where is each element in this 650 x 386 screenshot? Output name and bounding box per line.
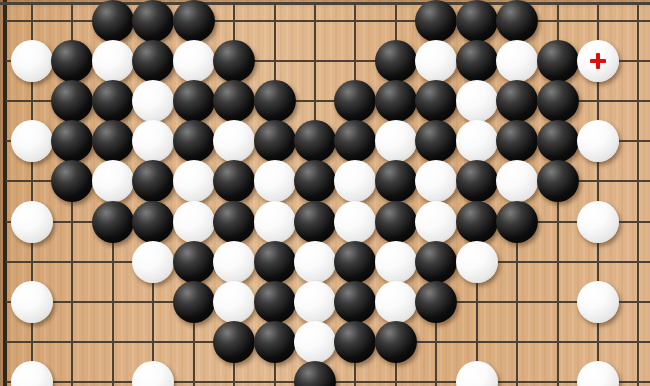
black-stone bbox=[375, 321, 417, 363]
white-stone bbox=[11, 201, 53, 243]
white-stone bbox=[11, 281, 53, 323]
black-stone bbox=[334, 241, 376, 283]
black-stone bbox=[213, 160, 255, 202]
white-stone bbox=[173, 160, 215, 202]
white-stone bbox=[415, 160, 457, 202]
black-stone bbox=[415, 281, 457, 323]
white-stone bbox=[11, 40, 53, 82]
black-stone bbox=[496, 120, 538, 162]
black-stone bbox=[375, 80, 417, 122]
black-stone bbox=[51, 160, 93, 202]
black-stone bbox=[173, 0, 215, 42]
black-stone bbox=[92, 120, 134, 162]
white-stone bbox=[11, 361, 53, 386]
white-stone bbox=[92, 160, 134, 202]
white-stone bbox=[375, 281, 417, 323]
black-stone bbox=[51, 120, 93, 162]
white-stone bbox=[11, 120, 53, 162]
black-stone bbox=[254, 80, 296, 122]
white-stone bbox=[294, 241, 336, 283]
black-stone bbox=[334, 281, 376, 323]
black-stone bbox=[537, 160, 579, 202]
black-stone bbox=[132, 0, 174, 42]
white-stone bbox=[173, 40, 215, 82]
black-stone bbox=[456, 201, 498, 243]
white-stone bbox=[334, 201, 376, 243]
white-stone bbox=[294, 281, 336, 323]
black-stone bbox=[334, 321, 376, 363]
white-stone bbox=[132, 361, 174, 386]
black-stone bbox=[173, 120, 215, 162]
white-stone bbox=[254, 201, 296, 243]
white-stone bbox=[132, 80, 174, 122]
black-stone bbox=[51, 40, 93, 82]
black-stone bbox=[92, 0, 134, 42]
black-stone bbox=[415, 120, 457, 162]
black-stone bbox=[496, 0, 538, 42]
black-stone bbox=[51, 80, 93, 122]
go-board[interactable] bbox=[0, 0, 650, 386]
black-stone bbox=[415, 241, 457, 283]
black-stone bbox=[375, 40, 417, 82]
black-stone bbox=[334, 120, 376, 162]
black-stone bbox=[537, 120, 579, 162]
black-stone bbox=[334, 80, 376, 122]
black-stone bbox=[173, 281, 215, 323]
black-stone bbox=[294, 361, 336, 386]
white-stone bbox=[456, 241, 498, 283]
white-stone bbox=[173, 201, 215, 243]
black-stone bbox=[213, 40, 255, 82]
black-stone bbox=[456, 0, 498, 42]
board-edge-left bbox=[3, 0, 7, 386]
black-stone bbox=[173, 80, 215, 122]
black-stone bbox=[456, 40, 498, 82]
black-stone bbox=[254, 281, 296, 323]
white-stone bbox=[456, 361, 498, 386]
white-stone bbox=[496, 160, 538, 202]
white-stone bbox=[415, 201, 457, 243]
white-stone bbox=[375, 120, 417, 162]
white-stone bbox=[213, 120, 255, 162]
black-stone bbox=[92, 201, 134, 243]
black-stone bbox=[132, 201, 174, 243]
white-stone bbox=[577, 201, 619, 243]
white-stone bbox=[415, 40, 457, 82]
white-stone bbox=[132, 120, 174, 162]
white-stone bbox=[577, 361, 619, 386]
black-stone bbox=[537, 80, 579, 122]
black-stone bbox=[132, 40, 174, 82]
white-stone bbox=[334, 160, 376, 202]
white-stone bbox=[254, 160, 296, 202]
black-stone bbox=[254, 321, 296, 363]
black-stone bbox=[294, 120, 336, 162]
black-stone bbox=[213, 321, 255, 363]
black-stone bbox=[456, 160, 498, 202]
last-move-marker bbox=[589, 52, 607, 70]
white-stone bbox=[456, 80, 498, 122]
black-stone bbox=[496, 201, 538, 243]
black-stone bbox=[375, 201, 417, 243]
white-stone bbox=[213, 241, 255, 283]
black-stone bbox=[496, 80, 538, 122]
black-stone bbox=[213, 80, 255, 122]
black-stone bbox=[254, 120, 296, 162]
black-stone bbox=[415, 80, 457, 122]
black-stone bbox=[254, 241, 296, 283]
black-stone bbox=[415, 0, 457, 42]
board-edge-top bbox=[0, 2, 650, 5]
white-stone bbox=[496, 40, 538, 82]
white-stone bbox=[577, 40, 619, 82]
black-stone bbox=[294, 201, 336, 243]
white-stone bbox=[132, 241, 174, 283]
white-stone bbox=[213, 281, 255, 323]
black-stone bbox=[132, 160, 174, 202]
white-stone bbox=[294, 321, 336, 363]
white-stone bbox=[375, 241, 417, 283]
black-stone bbox=[92, 80, 134, 122]
black-stone bbox=[173, 241, 215, 283]
white-stone bbox=[456, 120, 498, 162]
white-stone bbox=[577, 120, 619, 162]
black-stone bbox=[294, 160, 336, 202]
white-stone bbox=[577, 281, 619, 323]
black-stone bbox=[537, 40, 579, 82]
black-stone bbox=[375, 160, 417, 202]
black-stone bbox=[213, 201, 255, 243]
white-stone bbox=[92, 40, 134, 82]
